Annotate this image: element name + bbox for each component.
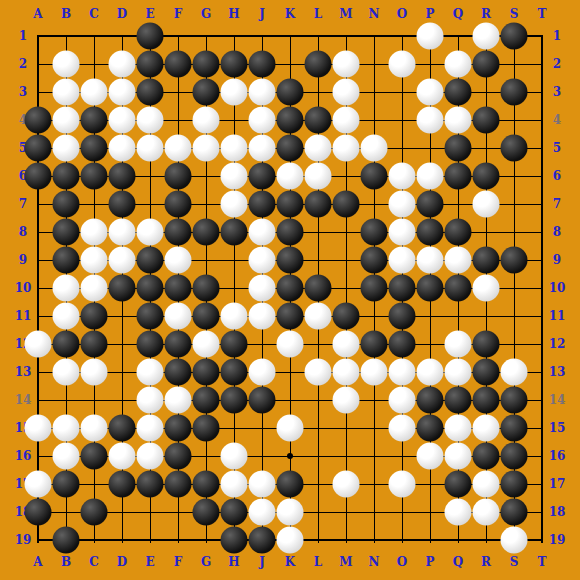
white-stone	[81, 247, 108, 274]
black-stone	[501, 79, 528, 106]
coord-label-row-left: 19	[15, 534, 32, 546]
coord-label-col-bottom: O	[397, 556, 407, 568]
black-stone	[165, 471, 192, 498]
white-stone	[333, 135, 360, 162]
white-stone	[137, 135, 164, 162]
coord-label-row-right: 4	[553, 114, 561, 126]
coord-label-col-bottom: T	[538, 556, 547, 568]
coord-label-col-top: L	[314, 8, 322, 20]
black-stone	[53, 247, 80, 274]
white-stone	[81, 359, 108, 386]
white-stone	[277, 163, 304, 190]
black-stone	[473, 359, 500, 386]
black-stone	[249, 191, 276, 218]
white-stone	[389, 359, 416, 386]
white-stone	[109, 135, 136, 162]
white-stone	[445, 107, 472, 134]
coord-label-col-top: F	[174, 8, 183, 20]
coord-label-col-bottom: B	[61, 556, 71, 568]
black-stone	[277, 275, 304, 302]
black-stone	[305, 107, 332, 134]
white-stone	[473, 275, 500, 302]
black-stone	[445, 219, 472, 246]
black-stone	[445, 471, 472, 498]
black-stone	[277, 135, 304, 162]
black-stone	[53, 527, 80, 554]
coord-label-col-bottom: L	[314, 556, 322, 568]
white-stone	[277, 527, 304, 554]
white-stone	[165, 387, 192, 414]
coord-label-col-top: B	[61, 8, 71, 20]
white-stone	[473, 191, 500, 218]
coord-label-row-left: 7	[19, 198, 27, 210]
black-stone	[249, 163, 276, 190]
white-stone	[249, 219, 276, 246]
white-stone	[193, 107, 220, 134]
black-stone	[305, 275, 332, 302]
white-stone	[249, 359, 276, 386]
black-stone	[389, 331, 416, 358]
white-stone	[137, 387, 164, 414]
black-stone	[305, 191, 332, 218]
coord-label-col-top: G	[201, 8, 211, 20]
black-stone	[473, 163, 500, 190]
black-stone	[417, 387, 444, 414]
coord-label-col-top: E	[145, 8, 154, 20]
coord-label-row-right: 13	[549, 366, 566, 378]
coord-label-col-top: K	[285, 8, 295, 20]
white-stone	[165, 135, 192, 162]
white-stone	[165, 303, 192, 330]
black-stone	[137, 471, 164, 498]
white-stone	[389, 191, 416, 218]
black-stone	[25, 499, 52, 526]
coord-label-row-left: 9	[19, 254, 27, 266]
coord-label-col-bottom: N	[369, 556, 380, 568]
coord-label-col-top: S	[510, 8, 519, 20]
black-stone	[473, 107, 500, 134]
white-stone	[249, 135, 276, 162]
black-stone	[81, 107, 108, 134]
white-stone	[445, 415, 472, 442]
coord-label-col-top: Q	[453, 8, 463, 20]
white-stone	[109, 219, 136, 246]
black-stone	[193, 51, 220, 78]
coord-label-col-top: H	[228, 8, 239, 20]
white-stone	[445, 51, 472, 78]
white-stone	[81, 219, 108, 246]
white-stone	[137, 359, 164, 386]
black-stone	[277, 191, 304, 218]
white-stone	[109, 443, 136, 470]
coord-label-row-right: 10	[549, 282, 566, 294]
white-stone	[361, 135, 388, 162]
black-stone	[81, 331, 108, 358]
white-stone	[249, 303, 276, 330]
white-stone	[445, 359, 472, 386]
coord-label-col-top: N	[369, 8, 380, 20]
black-stone	[137, 79, 164, 106]
black-stone	[193, 499, 220, 526]
black-stone	[53, 471, 80, 498]
black-stone	[445, 387, 472, 414]
coord-label-row-left: 8	[19, 226, 27, 238]
black-stone	[473, 443, 500, 470]
black-stone	[221, 51, 248, 78]
white-stone	[417, 79, 444, 106]
black-stone	[25, 163, 52, 190]
black-stone	[389, 275, 416, 302]
white-stone	[25, 331, 52, 358]
white-stone	[81, 79, 108, 106]
white-stone	[417, 443, 444, 470]
white-stone	[249, 471, 276, 498]
white-stone	[417, 359, 444, 386]
white-stone	[221, 191, 248, 218]
white-stone	[445, 331, 472, 358]
black-stone	[417, 191, 444, 218]
black-stone	[277, 471, 304, 498]
white-stone	[389, 387, 416, 414]
coord-label-col-bottom: K	[285, 556, 295, 568]
coord-label-row-left: 1	[19, 30, 27, 42]
black-stone	[193, 387, 220, 414]
coord-label-col-bottom: M	[339, 556, 352, 568]
coord-label-row-right: 9	[553, 254, 561, 266]
black-stone	[277, 79, 304, 106]
coord-label-row-right: 6	[553, 170, 561, 182]
black-stone	[137, 275, 164, 302]
white-stone	[137, 219, 164, 246]
black-stone	[165, 443, 192, 470]
white-stone	[193, 331, 220, 358]
black-stone	[221, 219, 248, 246]
white-stone	[221, 163, 248, 190]
coord-label-col-bottom: R	[481, 556, 491, 568]
white-stone	[389, 219, 416, 246]
white-stone	[109, 247, 136, 274]
black-stone	[501, 387, 528, 414]
black-stone	[473, 247, 500, 274]
white-stone	[109, 51, 136, 78]
black-stone	[193, 303, 220, 330]
white-stone	[249, 275, 276, 302]
white-stone	[333, 471, 360, 498]
coord-label-col-top: O	[397, 8, 407, 20]
black-stone	[249, 527, 276, 554]
white-stone	[137, 415, 164, 442]
black-stone	[81, 135, 108, 162]
white-stone	[53, 359, 80, 386]
black-stone	[193, 275, 220, 302]
coord-label-col-bottom: P	[425, 556, 434, 568]
coord-label-col-bottom: C	[89, 556, 99, 568]
black-stone	[305, 51, 332, 78]
coord-label-row-left: 2	[19, 58, 27, 70]
white-stone	[501, 359, 528, 386]
black-stone	[445, 135, 472, 162]
white-stone	[305, 163, 332, 190]
white-stone	[389, 415, 416, 442]
black-stone	[473, 387, 500, 414]
black-stone	[221, 359, 248, 386]
coord-label-row-right: 15	[549, 422, 566, 434]
white-stone	[81, 275, 108, 302]
white-stone	[417, 107, 444, 134]
white-stone	[249, 79, 276, 106]
white-stone	[53, 275, 80, 302]
white-stone	[333, 387, 360, 414]
coord-label-row-right: 18	[549, 506, 566, 518]
black-stone	[81, 303, 108, 330]
black-stone	[81, 499, 108, 526]
white-stone	[473, 23, 500, 50]
white-stone	[389, 471, 416, 498]
white-stone	[277, 499, 304, 526]
black-stone	[501, 499, 528, 526]
white-stone	[53, 303, 80, 330]
white-stone	[137, 107, 164, 134]
black-stone	[25, 135, 52, 162]
black-stone	[501, 415, 528, 442]
black-stone	[277, 219, 304, 246]
coord-label-row-right: 17	[549, 478, 566, 490]
white-stone	[389, 247, 416, 274]
black-stone	[109, 471, 136, 498]
black-stone	[165, 415, 192, 442]
white-stone	[137, 443, 164, 470]
white-stone	[333, 107, 360, 134]
coord-label-row-right: 3	[553, 86, 561, 98]
white-stone	[165, 247, 192, 274]
white-stone	[389, 163, 416, 190]
black-stone	[361, 275, 388, 302]
coord-label-row-right: 5	[553, 142, 561, 154]
black-stone	[333, 303, 360, 330]
black-stone	[165, 51, 192, 78]
coord-label-row-right: 16	[549, 450, 566, 462]
coord-label-row-right: 7	[553, 198, 561, 210]
white-stone	[53, 443, 80, 470]
black-stone	[193, 471, 220, 498]
black-stone	[473, 331, 500, 358]
white-stone	[333, 359, 360, 386]
black-stone	[165, 275, 192, 302]
white-stone	[221, 79, 248, 106]
white-stone	[417, 163, 444, 190]
coord-label-row-left: 3	[19, 86, 27, 98]
white-stone	[361, 359, 388, 386]
black-stone	[277, 107, 304, 134]
black-stone	[137, 331, 164, 358]
coord-label-col-top: D	[117, 8, 127, 20]
white-stone	[473, 499, 500, 526]
black-stone	[333, 191, 360, 218]
white-stone	[249, 247, 276, 274]
black-stone	[53, 331, 80, 358]
white-stone	[445, 247, 472, 274]
white-stone	[305, 303, 332, 330]
white-stone	[277, 415, 304, 442]
coord-label-row-left: 13	[15, 366, 32, 378]
black-stone	[473, 51, 500, 78]
black-stone	[109, 163, 136, 190]
white-stone	[81, 415, 108, 442]
black-stone	[361, 247, 388, 274]
coord-label-row-left: 11	[15, 310, 32, 322]
white-stone	[109, 79, 136, 106]
white-stone	[221, 303, 248, 330]
black-stone	[109, 415, 136, 442]
coord-label-col-bottom: A	[33, 556, 42, 568]
white-stone	[221, 443, 248, 470]
black-stone	[361, 331, 388, 358]
black-stone	[81, 163, 108, 190]
black-stone	[53, 163, 80, 190]
black-stone	[501, 247, 528, 274]
coord-label-col-bottom: J	[259, 556, 265, 568]
coord-label-col-top: A	[33, 8, 42, 20]
black-stone	[109, 275, 136, 302]
white-stone	[501, 527, 528, 554]
white-stone	[473, 471, 500, 498]
coord-label-row-right: 8	[553, 226, 561, 238]
coord-label-row-left: 16	[15, 450, 32, 462]
black-stone	[165, 331, 192, 358]
coord-label-col-bottom: E	[145, 556, 154, 568]
white-stone	[333, 51, 360, 78]
white-stone	[417, 247, 444, 274]
black-stone	[445, 275, 472, 302]
black-stone	[137, 303, 164, 330]
white-stone	[473, 415, 500, 442]
black-stone	[25, 107, 52, 134]
white-stone	[53, 51, 80, 78]
star-point	[287, 453, 293, 459]
black-stone	[193, 219, 220, 246]
black-stone	[501, 471, 528, 498]
white-stone	[53, 415, 80, 442]
white-stone	[221, 135, 248, 162]
white-stone	[109, 107, 136, 134]
black-stone	[221, 527, 248, 554]
black-stone	[137, 23, 164, 50]
coord-label-col-bottom: D	[117, 556, 127, 568]
coord-label-col-top: R	[481, 8, 491, 20]
black-stone	[137, 247, 164, 274]
coord-label-row-right: 12	[549, 338, 566, 350]
black-stone	[417, 275, 444, 302]
black-stone	[165, 219, 192, 246]
black-stone	[249, 387, 276, 414]
white-stone	[417, 23, 444, 50]
coord-label-col-bottom: G	[201, 556, 211, 568]
white-stone	[333, 79, 360, 106]
coord-label-col-top: M	[339, 8, 352, 20]
black-stone	[165, 163, 192, 190]
black-stone	[165, 191, 192, 218]
white-stone	[53, 79, 80, 106]
coord-label-row-right: 1	[553, 30, 561, 42]
coord-label-col-top: J	[259, 8, 265, 20]
black-stone	[389, 303, 416, 330]
black-stone	[277, 247, 304, 274]
coord-label-col-top: C	[89, 8, 99, 20]
black-stone	[81, 443, 108, 470]
black-stone	[221, 331, 248, 358]
black-stone	[165, 359, 192, 386]
white-stone	[25, 415, 52, 442]
black-stone	[417, 219, 444, 246]
black-stone	[221, 387, 248, 414]
white-stone	[389, 51, 416, 78]
coord-label-row-right: 14	[549, 394, 566, 406]
white-stone	[333, 331, 360, 358]
black-stone	[417, 415, 444, 442]
black-stone	[193, 79, 220, 106]
coord-label-row-left: 10	[15, 282, 32, 294]
white-stone	[221, 471, 248, 498]
black-stone	[361, 163, 388, 190]
black-stone	[277, 303, 304, 330]
white-stone	[305, 135, 332, 162]
black-stone	[53, 219, 80, 246]
white-stone	[193, 135, 220, 162]
white-stone	[53, 107, 80, 134]
black-stone	[221, 499, 248, 526]
coord-label-row-left: 14	[15, 394, 32, 406]
black-stone	[445, 79, 472, 106]
black-stone	[501, 443, 528, 470]
coord-label-col-bottom: F	[174, 556, 183, 568]
black-stone	[53, 191, 80, 218]
white-stone	[249, 499, 276, 526]
white-stone	[445, 499, 472, 526]
coord-label-col-bottom: S	[510, 556, 519, 568]
coord-label-col-top: P	[425, 8, 434, 20]
coord-label-row-right: 2	[553, 58, 561, 70]
coord-label-col-bottom: H	[228, 556, 239, 568]
black-stone	[193, 359, 220, 386]
black-stone	[501, 135, 528, 162]
black-stone	[137, 51, 164, 78]
coord-label-col-top: T	[538, 8, 547, 20]
coord-label-row-right: 19	[549, 534, 566, 546]
black-stone	[249, 51, 276, 78]
coord-label-col-bottom: Q	[453, 556, 463, 568]
white-stone	[305, 359, 332, 386]
black-stone	[445, 163, 472, 190]
black-stone	[193, 415, 220, 442]
go-board-screenshot: { "game": { "type": "go", "board_size": …	[0, 0, 580, 580]
white-stone	[277, 331, 304, 358]
black-stone	[501, 23, 528, 50]
black-stone	[361, 219, 388, 246]
go-board[interactable]: AABBCCDDEEFFGGHHJJKKLLMMNNOOPPQQRRSSTT11…	[0, 0, 580, 580]
white-stone	[249, 107, 276, 134]
grid-line-vertical	[541, 35, 543, 543]
white-stone	[445, 443, 472, 470]
coord-label-row-right: 11	[549, 310, 566, 322]
white-stone	[53, 135, 80, 162]
black-stone	[109, 191, 136, 218]
white-stone	[25, 471, 52, 498]
